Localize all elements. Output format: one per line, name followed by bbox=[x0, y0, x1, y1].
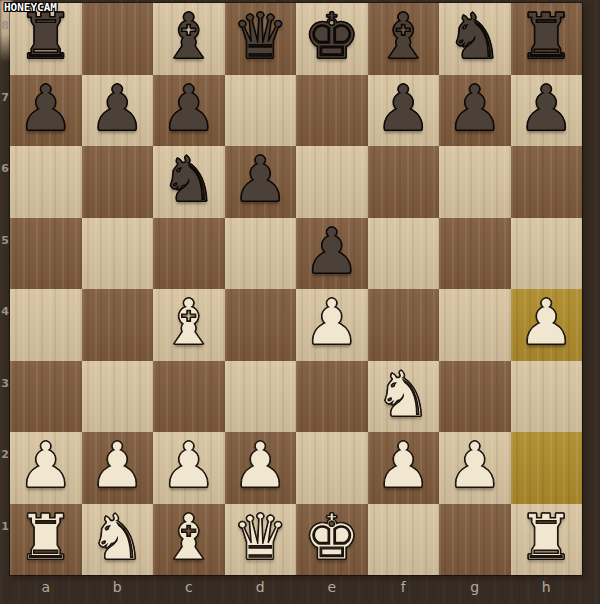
white-bishop-c1[interactable]: ♝ bbox=[161, 506, 217, 569]
white-pawn-e4[interactable]: ♟ bbox=[304, 291, 360, 354]
white-pawn-c2[interactable]: ♟ bbox=[161, 434, 217, 497]
square-h7[interactable]: ♟ bbox=[511, 75, 583, 147]
white-pawn-g2[interactable]: ♟ bbox=[447, 434, 503, 497]
black-pawn-d6[interactable]: ♟ bbox=[232, 148, 288, 211]
square-a2[interactable]: ♟ bbox=[10, 432, 82, 504]
white-rook-a1[interactable]: ♜ bbox=[18, 506, 74, 569]
square-c2[interactable]: ♟ bbox=[153, 432, 225, 504]
square-e1[interactable]: ♚ bbox=[296, 504, 368, 576]
white-knight-f3[interactable]: ♞ bbox=[375, 363, 431, 426]
square-d7[interactable] bbox=[225, 75, 297, 147]
square-a3[interactable] bbox=[10, 361, 82, 433]
white-pawn-a2[interactable]: ♟ bbox=[18, 434, 74, 497]
square-g5[interactable] bbox=[439, 218, 511, 290]
square-e7[interactable] bbox=[296, 75, 368, 147]
black-king-e8[interactable]: ♚ bbox=[304, 5, 360, 68]
square-c1[interactable]: ♝ bbox=[153, 504, 225, 576]
square-a4[interactable] bbox=[10, 289, 82, 361]
square-f2[interactable]: ♟ bbox=[368, 432, 440, 504]
square-f6[interactable] bbox=[368, 146, 440, 218]
honeycam-watermark: HONEYCAM bbox=[4, 1, 57, 14]
square-f8[interactable]: ♝ bbox=[368, 3, 440, 75]
square-g1[interactable] bbox=[439, 504, 511, 576]
file-label-f: f bbox=[368, 572, 440, 601]
chess-board: ♜♝♛♚♝♞♜♟♟♟♟♟♟♞♟♟♝♟♟♞♟♟♟♟♟♟♜♞♝♛♚♜ bbox=[10, 3, 582, 575]
square-e4[interactable]: ♟ bbox=[296, 289, 368, 361]
file-label-d: d bbox=[225, 572, 297, 601]
square-c8[interactable]: ♝ bbox=[153, 3, 225, 75]
square-d4[interactable] bbox=[225, 289, 297, 361]
rank-label-7: 7 bbox=[0, 75, 10, 147]
rank-label-3: 3 bbox=[0, 361, 10, 433]
square-b5[interactable] bbox=[82, 218, 154, 290]
square-h6[interactable] bbox=[511, 146, 583, 218]
black-pawn-e5[interactable]: ♟ bbox=[304, 220, 360, 283]
white-pawn-d2[interactable]: ♟ bbox=[232, 434, 288, 497]
rank-label-1: 1 bbox=[0, 504, 10, 576]
square-f1[interactable] bbox=[368, 504, 440, 576]
square-d1[interactable]: ♛ bbox=[225, 504, 297, 576]
square-h2[interactable] bbox=[511, 432, 583, 504]
white-knight-b1[interactable]: ♞ bbox=[89, 506, 145, 569]
rank-labels: 87654321 bbox=[0, 3, 10, 575]
square-c4[interactable]: ♝ bbox=[153, 289, 225, 361]
square-a6[interactable] bbox=[10, 146, 82, 218]
square-b1[interactable]: ♞ bbox=[82, 504, 154, 576]
square-c5[interactable] bbox=[153, 218, 225, 290]
square-c6[interactable]: ♞ bbox=[153, 146, 225, 218]
black-knight-g8[interactable]: ♞ bbox=[447, 5, 503, 68]
square-a5[interactable] bbox=[10, 218, 82, 290]
file-labels: abcdefgh bbox=[10, 575, 582, 604]
white-pawn-b2[interactable]: ♟ bbox=[89, 434, 145, 497]
square-h5[interactable] bbox=[511, 218, 583, 290]
square-f7[interactable]: ♟ bbox=[368, 75, 440, 147]
black-pawn-c7[interactable]: ♟ bbox=[161, 77, 217, 140]
black-pawn-g7[interactable]: ♟ bbox=[447, 77, 503, 140]
square-b2[interactable]: ♟ bbox=[82, 432, 154, 504]
square-b6[interactable] bbox=[82, 146, 154, 218]
file-label-e: e bbox=[296, 572, 368, 601]
square-g8[interactable]: ♞ bbox=[439, 3, 511, 75]
white-bishop-c4[interactable]: ♝ bbox=[161, 291, 217, 354]
square-c7[interactable]: ♟ bbox=[153, 75, 225, 147]
square-h8[interactable]: ♜ bbox=[511, 3, 583, 75]
black-rook-h8[interactable]: ♜ bbox=[518, 5, 574, 68]
file-label-b: b bbox=[82, 572, 154, 601]
square-d8[interactable]: ♛ bbox=[225, 3, 297, 75]
square-a7[interactable]: ♟ bbox=[10, 75, 82, 147]
square-e2[interactable] bbox=[296, 432, 368, 504]
white-rook-h1[interactable]: ♜ bbox=[518, 506, 574, 569]
square-d2[interactable]: ♟ bbox=[225, 432, 297, 504]
black-pawn-b7[interactable]: ♟ bbox=[89, 77, 145, 140]
square-h4[interactable]: ♟ bbox=[511, 289, 583, 361]
black-pawn-h7[interactable]: ♟ bbox=[518, 77, 574, 140]
square-a1[interactable]: ♜ bbox=[10, 504, 82, 576]
square-b7[interactable]: ♟ bbox=[82, 75, 154, 147]
square-e6[interactable] bbox=[296, 146, 368, 218]
file-label-c: c bbox=[153, 572, 225, 601]
file-label-g: g bbox=[439, 572, 511, 601]
square-g7[interactable]: ♟ bbox=[439, 75, 511, 147]
white-queen-d1[interactable]: ♛ bbox=[232, 506, 288, 569]
square-g6[interactable] bbox=[439, 146, 511, 218]
black-bishop-f8[interactable]: ♝ bbox=[375, 5, 431, 68]
square-d3[interactable] bbox=[225, 361, 297, 433]
square-c3[interactable] bbox=[153, 361, 225, 433]
rank-label-4: 4 bbox=[0, 289, 10, 361]
white-king-e1[interactable]: ♚ bbox=[304, 506, 360, 569]
square-d6[interactable]: ♟ bbox=[225, 146, 297, 218]
white-pawn-h4[interactable]: ♟ bbox=[518, 291, 574, 354]
square-b3[interactable] bbox=[82, 361, 154, 433]
white-pawn-f2[interactable]: ♟ bbox=[375, 434, 431, 497]
rank-label-2: 2 bbox=[0, 432, 10, 504]
square-g2[interactable]: ♟ bbox=[439, 432, 511, 504]
black-pawn-a7[interactable]: ♟ bbox=[18, 77, 74, 140]
square-f4[interactable] bbox=[368, 289, 440, 361]
black-pawn-f7[interactable]: ♟ bbox=[375, 77, 431, 140]
black-bishop-c8[interactable]: ♝ bbox=[161, 5, 217, 68]
chess-app-window: ♜♝♛♚♝♞♜♟♟♟♟♟♟♞♟♟♝♟♟♞♟♟♟♟♟♟♜♞♝♛♚♜ 8765432… bbox=[0, 0, 600, 604]
square-b4[interactable] bbox=[82, 289, 154, 361]
rank-label-6: 6 bbox=[0, 146, 10, 218]
black-knight-c6[interactable]: ♞ bbox=[161, 148, 217, 211]
square-g3[interactable] bbox=[439, 361, 511, 433]
black-queen-d8[interactable]: ♛ bbox=[232, 5, 288, 68]
square-b8[interactable] bbox=[82, 3, 154, 75]
square-d5[interactable] bbox=[225, 218, 297, 290]
square-g4[interactable] bbox=[439, 289, 511, 361]
file-label-a: a bbox=[10, 572, 82, 601]
square-e5[interactable]: ♟ bbox=[296, 218, 368, 290]
rank-label-5: 5 bbox=[0, 218, 10, 290]
black-rook-a8[interactable]: ♜ bbox=[18, 5, 74, 68]
square-f5[interactable] bbox=[368, 218, 440, 290]
file-label-h: h bbox=[511, 572, 583, 601]
square-h1[interactable]: ♜ bbox=[511, 504, 583, 576]
square-e3[interactable] bbox=[296, 361, 368, 433]
square-e8[interactable]: ♚ bbox=[296, 3, 368, 75]
square-f3[interactable]: ♞ bbox=[368, 361, 440, 433]
square-h3[interactable] bbox=[511, 361, 583, 433]
